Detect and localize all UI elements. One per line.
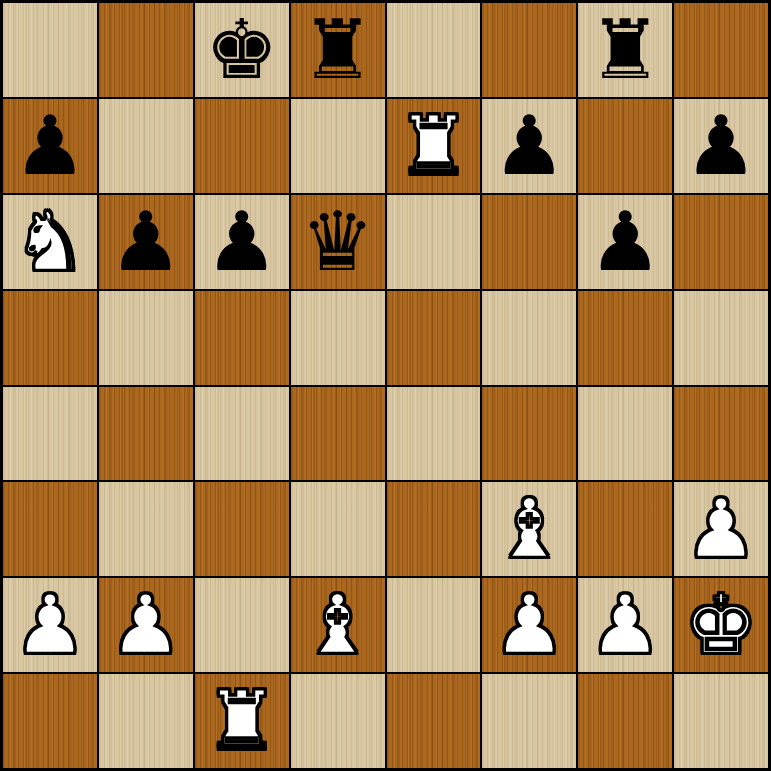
square-g4[interactable] <box>578 387 672 481</box>
piece-black-pawn[interactable]: ♟ <box>588 195 662 289</box>
piece-white-pawn[interactable]: ♟ <box>13 578 87 672</box>
square-b7[interactable] <box>99 99 193 193</box>
piece-black-king[interactable]: ♚ <box>205 3 279 97</box>
square-g1[interactable] <box>578 674 672 768</box>
piece-white-pawn[interactable]: ♟ <box>588 578 662 672</box>
square-d6[interactable]: ♛ <box>291 195 385 289</box>
square-e1[interactable] <box>387 674 481 768</box>
square-a1[interactable] <box>3 674 97 768</box>
square-a2[interactable]: ♟ <box>3 578 97 672</box>
piece-black-pawn[interactable]: ♟ <box>684 99 758 193</box>
square-h2[interactable]: ♚ <box>674 578 768 672</box>
square-b1[interactable] <box>99 674 193 768</box>
square-c5[interactable] <box>195 291 289 385</box>
square-d3[interactable] <box>291 482 385 576</box>
square-g3[interactable] <box>578 482 672 576</box>
square-h1[interactable] <box>674 674 768 768</box>
square-f5[interactable] <box>482 291 576 385</box>
square-b3[interactable] <box>99 482 193 576</box>
square-e3[interactable] <box>387 482 481 576</box>
square-f6[interactable] <box>482 195 576 289</box>
square-b6[interactable]: ♟ <box>99 195 193 289</box>
square-b4[interactable] <box>99 387 193 481</box>
square-a3[interactable] <box>3 482 97 576</box>
square-h3[interactable]: ♟ <box>674 482 768 576</box>
square-d2[interactable]: ♝ <box>291 578 385 672</box>
square-c6[interactable]: ♟ <box>195 195 289 289</box>
square-h7[interactable]: ♟ <box>674 99 768 193</box>
piece-white-king[interactable]: ♚ <box>684 578 758 672</box>
piece-black-rook[interactable]: ♜ <box>301 3 375 97</box>
square-a8[interactable] <box>3 3 97 97</box>
square-e2[interactable] <box>387 578 481 672</box>
square-f4[interactable] <box>482 387 576 481</box>
square-g6[interactable]: ♟ <box>578 195 672 289</box>
piece-white-rook[interactable]: ♜ <box>397 99 471 193</box>
piece-white-pawn[interactable]: ♟ <box>493 578 567 672</box>
piece-white-pawn[interactable]: ♟ <box>109 578 183 672</box>
square-b8[interactable] <box>99 3 193 97</box>
square-b2[interactable]: ♟ <box>99 578 193 672</box>
square-e8[interactable] <box>387 3 481 97</box>
square-b5[interactable] <box>99 291 193 385</box>
piece-black-pawn[interactable]: ♟ <box>493 99 567 193</box>
square-d7[interactable] <box>291 99 385 193</box>
chess-board: ♚♜♜♟♜♟♟♞♟♟♛♟♝♟♟♟♝♟♟♚♜ <box>0 0 771 771</box>
square-f2[interactable]: ♟ <box>482 578 576 672</box>
square-e4[interactable] <box>387 387 481 481</box>
square-d5[interactable] <box>291 291 385 385</box>
square-f7[interactable]: ♟ <box>482 99 576 193</box>
square-a5[interactable] <box>3 291 97 385</box>
square-g2[interactable]: ♟ <box>578 578 672 672</box>
square-c2[interactable] <box>195 578 289 672</box>
piece-black-pawn[interactable]: ♟ <box>205 195 279 289</box>
square-d1[interactable] <box>291 674 385 768</box>
square-g7[interactable] <box>578 99 672 193</box>
board-grid: ♚♜♜♟♜♟♟♞♟♟♛♟♝♟♟♟♝♟♟♚♜ <box>0 0 771 771</box>
square-a6[interactable]: ♞ <box>3 195 97 289</box>
piece-black-pawn[interactable]: ♟ <box>13 99 87 193</box>
square-c3[interactable] <box>195 482 289 576</box>
square-f8[interactable] <box>482 3 576 97</box>
piece-white-bishop[interactable]: ♝ <box>493 482 567 576</box>
square-h4[interactable] <box>674 387 768 481</box>
square-d8[interactable]: ♜ <box>291 3 385 97</box>
square-e6[interactable] <box>387 195 481 289</box>
square-c4[interactable] <box>195 387 289 481</box>
square-c7[interactable] <box>195 99 289 193</box>
square-h6[interactable] <box>674 195 768 289</box>
square-h5[interactable] <box>674 291 768 385</box>
piece-black-pawn[interactable]: ♟ <box>109 195 183 289</box>
piece-white-knight[interactable]: ♞ <box>13 195 87 289</box>
square-g8[interactable]: ♜ <box>578 3 672 97</box>
square-c1[interactable]: ♜ <box>195 674 289 768</box>
piece-white-pawn[interactable]: ♟ <box>684 482 758 576</box>
piece-white-rook[interactable]: ♜ <box>205 674 279 768</box>
piece-black-queen[interactable]: ♛ <box>301 195 375 289</box>
square-a4[interactable] <box>3 387 97 481</box>
square-d4[interactable] <box>291 387 385 481</box>
square-a7[interactable]: ♟ <box>3 99 97 193</box>
piece-white-bishop[interactable]: ♝ <box>301 578 375 672</box>
square-h8[interactable] <box>674 3 768 97</box>
square-f3[interactable]: ♝ <box>482 482 576 576</box>
square-e7[interactable]: ♜ <box>387 99 481 193</box>
square-e5[interactable] <box>387 291 481 385</box>
square-f1[interactable] <box>482 674 576 768</box>
piece-black-rook[interactable]: ♜ <box>588 3 662 97</box>
square-g5[interactable] <box>578 291 672 385</box>
square-c8[interactable]: ♚ <box>195 3 289 97</box>
